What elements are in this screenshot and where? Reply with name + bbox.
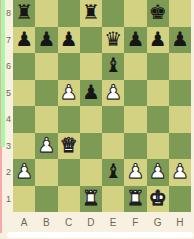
- file-label: E: [102, 212, 124, 233]
- square-b4[interactable]: [35, 106, 57, 133]
- square-d7[interactable]: [80, 27, 102, 54]
- file-label: F: [124, 212, 146, 233]
- piece-white-pawn[interactable]: ♟: [126, 161, 144, 181]
- piece-white-pawn[interactable]: ♟: [15, 161, 33, 181]
- piece-black-pawn[interactable]: ♟: [15, 29, 33, 49]
- square-b6[interactable]: [35, 53, 57, 80]
- square-e4[interactable]: [102, 106, 124, 133]
- square-a2[interactable]: ♟: [13, 159, 35, 186]
- square-a6[interactable]: [13, 53, 35, 80]
- square-h7[interactable]: ♟: [169, 27, 191, 54]
- rank-label: 7: [0, 27, 13, 54]
- rank-label: 5: [0, 80, 13, 107]
- square-b8[interactable]: [35, 0, 57, 27]
- piece-white-pawn[interactable]: ♟: [60, 82, 78, 102]
- square-c7[interactable]: ♟: [58, 27, 80, 54]
- file-labels: A B C D E F G H: [13, 212, 191, 233]
- square-d2[interactable]: [80, 159, 102, 186]
- piece-black-pawn[interactable]: ♟: [171, 29, 189, 49]
- square-e2[interactable]: ♝: [102, 159, 124, 186]
- square-e1[interactable]: [102, 186, 124, 213]
- file-label: H: [169, 212, 191, 233]
- piece-white-rook[interactable]: ♜: [126, 188, 144, 208]
- piece-black-king[interactable]: ♚: [149, 2, 167, 22]
- square-a7[interactable]: ♟: [13, 27, 35, 54]
- piece-white-queen[interactable]: ♛: [60, 135, 78, 155]
- piece-black-bishop[interactable]: ♝: [104, 55, 122, 75]
- file-label: B: [35, 212, 57, 233]
- piece-black-pawn[interactable]: ♟: [82, 82, 100, 102]
- piece-black-pawn[interactable]: ♟: [37, 29, 55, 49]
- square-a3[interactable]: [13, 133, 35, 160]
- square-e6[interactable]: ♝: [102, 53, 124, 80]
- file-label: C: [58, 212, 80, 233]
- square-d8[interactable]: ♜: [80, 0, 102, 27]
- square-d3[interactable]: [80, 133, 102, 160]
- square-g4[interactable]: [147, 106, 169, 133]
- piece-white-pawn[interactable]: ♟: [171, 161, 189, 181]
- square-f5[interactable]: [124, 80, 146, 107]
- rank-label: 4: [0, 106, 13, 133]
- square-d5[interactable]: ♟: [80, 80, 102, 107]
- square-f7[interactable]: ♟: [124, 27, 146, 54]
- square-h5[interactable]: [169, 80, 191, 107]
- square-b3[interactable]: ♟: [35, 133, 57, 160]
- square-c2[interactable]: [58, 159, 80, 186]
- square-c4[interactable]: [58, 106, 80, 133]
- square-e3[interactable]: [102, 133, 124, 160]
- piece-white-pawn[interactable]: ♟: [104, 82, 122, 102]
- square-h2[interactable]: ♟: [169, 159, 191, 186]
- piece-white-pawn[interactable]: ♟: [149, 161, 167, 181]
- square-f8[interactable]: [124, 0, 146, 27]
- piece-white-pawn[interactable]: ♟: [37, 135, 55, 155]
- file-label: G: [147, 212, 169, 233]
- rank-label: 8: [0, 0, 13, 27]
- square-e5[interactable]: ♟: [102, 80, 124, 107]
- square-d1[interactable]: ♜: [80, 186, 102, 213]
- square-f3[interactable]: [124, 133, 146, 160]
- square-f1[interactable]: ♜: [124, 186, 146, 213]
- square-e8[interactable]: [102, 0, 124, 27]
- piece-black-rook[interactable]: ♜: [82, 2, 100, 22]
- square-g2[interactable]: ♟: [147, 159, 169, 186]
- square-b1[interactable]: [35, 186, 57, 213]
- rank-label: 3: [0, 133, 13, 160]
- square-c5[interactable]: ♟: [58, 80, 80, 107]
- square-c1[interactable]: [58, 186, 80, 213]
- rank-labels: 8 7 6 5 4 3 2 1: [0, 0, 13, 212]
- square-b7[interactable]: ♟: [35, 27, 57, 54]
- horizontal-scrollbar-thumb[interactable]: [7, 232, 193, 238]
- square-f6[interactable]: [124, 53, 146, 80]
- piece-black-pawn[interactable]: ♟: [149, 29, 167, 49]
- square-g5[interactable]: [147, 80, 169, 107]
- piece-black-pawn[interactable]: ♟: [60, 29, 78, 49]
- square-h3[interactable]: [169, 133, 191, 160]
- square-c8[interactable]: [58, 0, 80, 27]
- square-h8[interactable]: [169, 0, 191, 27]
- square-e7[interactable]: ♛: [102, 27, 124, 54]
- square-g6[interactable]: [147, 53, 169, 80]
- piece-white-rook[interactable]: ♜: [82, 188, 100, 208]
- square-h6[interactable]: [169, 53, 191, 80]
- square-h1[interactable]: [169, 186, 191, 213]
- rank-label: 2: [0, 159, 13, 186]
- piece-black-pawn[interactable]: ♟: [126, 29, 144, 49]
- file-label: D: [80, 212, 102, 233]
- square-d4[interactable]: [80, 106, 102, 133]
- square-f4[interactable]: [124, 106, 146, 133]
- rank-label: 6: [0, 53, 13, 80]
- square-f2[interactable]: ♟: [124, 159, 146, 186]
- square-g3[interactable]: [147, 133, 169, 160]
- piece-black-bishop[interactable]: ♝: [104, 161, 122, 181]
- square-h4[interactable]: [169, 106, 191, 133]
- chess-board: ♜♜♚♟♟♟♛♟♟♟♝♟♟♟♟♛♟♝♟♟♟♜♜♚: [13, 0, 191, 212]
- square-a5[interactable]: [13, 80, 35, 107]
- square-g7[interactable]: ♟: [147, 27, 169, 54]
- piece-white-king[interactable]: ♚: [149, 188, 167, 208]
- square-g1[interactable]: ♚: [147, 186, 169, 213]
- piece-black-queen[interactable]: ♛: [104, 29, 122, 49]
- square-d6[interactable]: [80, 53, 102, 80]
- rank-label: 1: [0, 186, 13, 213]
- square-c3[interactable]: ♛: [58, 133, 80, 160]
- file-label: A: [13, 212, 35, 233]
- chess-widget: 8 7 6 5 4 3 2 1 ♜♜♚♟♟♟♛♟♟♟♝♟♟♟♟♛♟♝♟♟♟♜♜♚…: [0, 0, 194, 239]
- square-a1[interactable]: [13, 186, 35, 213]
- square-b5[interactable]: [35, 80, 57, 107]
- square-c6[interactable]: [58, 53, 80, 80]
- square-b2[interactable]: [35, 159, 57, 186]
- square-a4[interactable]: [13, 106, 35, 133]
- square-a8[interactable]: ♜: [13, 0, 35, 27]
- square-g8[interactable]: ♚: [147, 0, 169, 27]
- piece-black-rook[interactable]: ♜: [15, 2, 33, 22]
